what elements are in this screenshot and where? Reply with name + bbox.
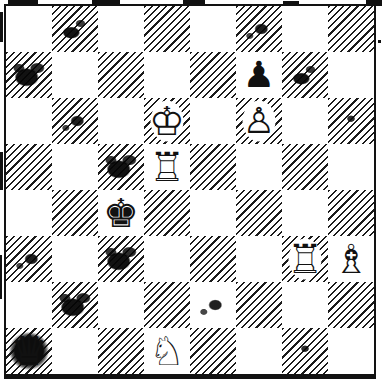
square-d5: ♖ bbox=[144, 144, 190, 190]
square-f7: ♟ bbox=[236, 52, 282, 98]
chess-board: ♟♔♙♖♚♖♗♛♘ bbox=[6, 6, 374, 374]
square-c1 bbox=[98, 328, 144, 374]
square-b6 bbox=[52, 98, 98, 144]
piece-black-queen: ♛ bbox=[10, 328, 48, 374]
square-g7 bbox=[282, 52, 328, 98]
square-h8 bbox=[328, 6, 374, 52]
square-e3 bbox=[190, 236, 236, 282]
square-a5 bbox=[6, 144, 52, 190]
square-g6 bbox=[282, 98, 328, 144]
square-c3 bbox=[98, 236, 144, 282]
ink-smudge bbox=[52, 98, 98, 144]
ink-smudge bbox=[98, 144, 144, 190]
print-artifact bbox=[0, 152, 3, 190]
square-b7 bbox=[52, 52, 98, 98]
square-a4 bbox=[6, 190, 52, 236]
square-h7 bbox=[328, 52, 374, 98]
square-c2 bbox=[98, 282, 144, 328]
square-f4 bbox=[236, 190, 282, 236]
square-c7 bbox=[98, 52, 144, 98]
square-a7 bbox=[6, 52, 52, 98]
square-e1 bbox=[190, 328, 236, 374]
print-artifact bbox=[0, 12, 3, 42]
print-artifact bbox=[0, 255, 2, 299]
piece-black-pawn: ♟ bbox=[243, 52, 275, 98]
square-g1 bbox=[282, 328, 328, 374]
square-b3 bbox=[52, 236, 98, 282]
square-e5 bbox=[190, 144, 236, 190]
square-a1: ♛ bbox=[6, 328, 52, 374]
square-h2 bbox=[328, 282, 374, 328]
square-c4: ♚ bbox=[98, 190, 144, 236]
square-h5 bbox=[328, 144, 374, 190]
square-d1: ♘ bbox=[144, 328, 190, 374]
square-d6: ♔ bbox=[144, 98, 190, 144]
square-g2 bbox=[282, 282, 328, 328]
square-e6 bbox=[190, 98, 236, 144]
ink-smudge bbox=[282, 328, 328, 374]
square-b1 bbox=[52, 328, 98, 374]
square-f8 bbox=[236, 6, 282, 52]
piece-white-knight: ♘ bbox=[149, 328, 185, 374]
square-d8 bbox=[144, 6, 190, 52]
square-g5 bbox=[282, 144, 328, 190]
ink-smudge bbox=[190, 282, 236, 328]
ink-smudge bbox=[328, 98, 374, 144]
square-h1 bbox=[328, 328, 374, 374]
ink-smudge bbox=[52, 282, 98, 328]
square-b5 bbox=[52, 144, 98, 190]
square-f3 bbox=[236, 236, 282, 282]
square-g3: ♖ bbox=[282, 236, 328, 282]
square-f5 bbox=[236, 144, 282, 190]
square-e7 bbox=[190, 52, 236, 98]
piece-white-rook: ♖ bbox=[149, 144, 185, 190]
square-c5 bbox=[98, 144, 144, 190]
chess-diagram: ♟♔♙♖♚♖♗♛♘ bbox=[0, 0, 382, 380]
square-b2 bbox=[52, 282, 98, 328]
board-frame: ♟♔♙♖♚♖♗♛♘ bbox=[4, 4, 376, 379]
ink-smudge bbox=[52, 6, 98, 52]
square-f6: ♙ bbox=[236, 98, 282, 144]
square-h4 bbox=[328, 190, 374, 236]
square-b4 bbox=[52, 190, 98, 236]
square-d3 bbox=[144, 236, 190, 282]
piece-white-rook: ♖ bbox=[287, 236, 323, 282]
ink-smudge bbox=[6, 52, 52, 98]
square-h3: ♗ bbox=[328, 236, 374, 282]
square-e2 bbox=[190, 282, 236, 328]
square-e8 bbox=[190, 6, 236, 52]
square-a6 bbox=[6, 98, 52, 144]
ink-smudge bbox=[6, 236, 52, 282]
square-g4 bbox=[282, 190, 328, 236]
square-f2 bbox=[236, 282, 282, 328]
print-artifact bbox=[378, 40, 381, 43]
piece-white-bishop: ♗ bbox=[333, 236, 369, 282]
piece-black-king: ♚ bbox=[103, 190, 139, 236]
square-g8 bbox=[282, 6, 328, 52]
square-d2 bbox=[144, 282, 190, 328]
piece-white-pawn: ♙ bbox=[243, 98, 275, 144]
square-a8 bbox=[6, 6, 52, 52]
ink-smudge bbox=[282, 52, 328, 98]
square-d4 bbox=[144, 190, 190, 236]
square-c8 bbox=[98, 6, 144, 52]
square-f1 bbox=[236, 328, 282, 374]
square-d7 bbox=[144, 52, 190, 98]
ink-smudge bbox=[98, 236, 144, 282]
square-a2 bbox=[6, 282, 52, 328]
square-b8 bbox=[52, 6, 98, 52]
square-c6 bbox=[98, 98, 144, 144]
piece-white-king: ♔ bbox=[149, 98, 185, 144]
square-e4 bbox=[190, 190, 236, 236]
ink-smudge bbox=[236, 6, 282, 52]
square-h6 bbox=[328, 98, 374, 144]
square-a3 bbox=[6, 236, 52, 282]
